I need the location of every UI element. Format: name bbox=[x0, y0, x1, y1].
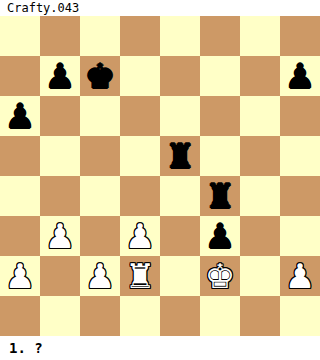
square-e7[interactable] bbox=[160, 56, 200, 96]
black-pawn[interactable]: ♟ bbox=[45, 56, 75, 96]
chess-engine-window: Crafty.043 ♟♚♟♟♜♜♟♟♟♟♟♜♚♟ 1. ? bbox=[0, 0, 320, 360]
square-c6[interactable] bbox=[80, 96, 120, 136]
white-pawn[interactable]: ♟ bbox=[125, 216, 155, 256]
square-f2[interactable]: ♚ bbox=[200, 256, 240, 296]
square-a4[interactable] bbox=[0, 176, 40, 216]
square-c1[interactable] bbox=[80, 296, 120, 336]
square-c3[interactable] bbox=[80, 216, 120, 256]
move-prompt: 1. ? bbox=[9, 340, 43, 356]
square-e3[interactable] bbox=[160, 216, 200, 256]
square-h7[interactable]: ♟ bbox=[280, 56, 320, 96]
square-h8[interactable] bbox=[280, 16, 320, 56]
black-rook[interactable]: ♜ bbox=[205, 176, 235, 216]
square-f8[interactable] bbox=[200, 16, 240, 56]
square-g6[interactable] bbox=[240, 96, 280, 136]
square-b8[interactable] bbox=[40, 16, 80, 56]
square-f6[interactable] bbox=[200, 96, 240, 136]
square-b3[interactable]: ♟ bbox=[40, 216, 80, 256]
square-a5[interactable] bbox=[0, 136, 40, 176]
square-f7[interactable] bbox=[200, 56, 240, 96]
square-g8[interactable] bbox=[240, 16, 280, 56]
square-h3[interactable] bbox=[280, 216, 320, 256]
square-h2[interactable]: ♟ bbox=[280, 256, 320, 296]
square-a6[interactable]: ♟ bbox=[0, 96, 40, 136]
square-f5[interactable] bbox=[200, 136, 240, 176]
square-d5[interactable] bbox=[120, 136, 160, 176]
square-d1[interactable] bbox=[120, 296, 160, 336]
square-g3[interactable] bbox=[240, 216, 280, 256]
square-b6[interactable] bbox=[40, 96, 80, 136]
square-b1[interactable] bbox=[40, 296, 80, 336]
title-bar: Crafty.043 bbox=[0, 0, 320, 16]
chess-board: ♟♚♟♟♜♜♟♟♟♟♟♜♚♟ bbox=[0, 16, 320, 336]
square-f1[interactable] bbox=[200, 296, 240, 336]
black-rook[interactable]: ♜ bbox=[165, 136, 195, 176]
white-pawn[interactable]: ♟ bbox=[285, 256, 315, 296]
square-g5[interactable] bbox=[240, 136, 280, 176]
square-h4[interactable] bbox=[280, 176, 320, 216]
square-d4[interactable] bbox=[120, 176, 160, 216]
black-pawn[interactable]: ♟ bbox=[205, 216, 235, 256]
square-d2[interactable]: ♜ bbox=[120, 256, 160, 296]
square-d3[interactable]: ♟ bbox=[120, 216, 160, 256]
status-bar: 1. ? bbox=[0, 336, 320, 360]
square-b2[interactable] bbox=[40, 256, 80, 296]
square-e6[interactable] bbox=[160, 96, 200, 136]
white-king[interactable]: ♚ bbox=[205, 256, 235, 296]
square-d6[interactable] bbox=[120, 96, 160, 136]
square-c4[interactable] bbox=[80, 176, 120, 216]
square-h6[interactable] bbox=[280, 96, 320, 136]
white-rook[interactable]: ♜ bbox=[125, 256, 155, 296]
square-a8[interactable] bbox=[0, 16, 40, 56]
square-a7[interactable] bbox=[0, 56, 40, 96]
square-e5[interactable]: ♜ bbox=[160, 136, 200, 176]
square-e4[interactable] bbox=[160, 176, 200, 216]
square-c5[interactable] bbox=[80, 136, 120, 176]
black-pawn[interactable]: ♟ bbox=[5, 96, 35, 136]
white-pawn[interactable]: ♟ bbox=[85, 256, 115, 296]
white-pawn[interactable]: ♟ bbox=[5, 256, 35, 296]
square-h5[interactable] bbox=[280, 136, 320, 176]
window-title: Crafty.043 bbox=[7, 0, 79, 16]
square-g4[interactable] bbox=[240, 176, 280, 216]
square-c7[interactable]: ♚ bbox=[80, 56, 120, 96]
square-e2[interactable] bbox=[160, 256, 200, 296]
black-pawn[interactable]: ♟ bbox=[285, 56, 315, 96]
square-c8[interactable] bbox=[80, 16, 120, 56]
square-e1[interactable] bbox=[160, 296, 200, 336]
white-pawn[interactable]: ♟ bbox=[45, 216, 75, 256]
square-b5[interactable] bbox=[40, 136, 80, 176]
square-a2[interactable]: ♟ bbox=[0, 256, 40, 296]
square-d7[interactable] bbox=[120, 56, 160, 96]
square-b4[interactable] bbox=[40, 176, 80, 216]
square-f4[interactable]: ♜ bbox=[200, 176, 240, 216]
square-f3[interactable]: ♟ bbox=[200, 216, 240, 256]
square-h1[interactable] bbox=[280, 296, 320, 336]
square-a3[interactable] bbox=[0, 216, 40, 256]
square-b7[interactable]: ♟ bbox=[40, 56, 80, 96]
square-e8[interactable] bbox=[160, 16, 200, 56]
square-g1[interactable] bbox=[240, 296, 280, 336]
square-d8[interactable] bbox=[120, 16, 160, 56]
black-king[interactable]: ♚ bbox=[85, 56, 115, 96]
square-c2[interactable]: ♟ bbox=[80, 256, 120, 296]
square-a1[interactable] bbox=[0, 296, 40, 336]
square-g7[interactable] bbox=[240, 56, 280, 96]
square-g2[interactable] bbox=[240, 256, 280, 296]
